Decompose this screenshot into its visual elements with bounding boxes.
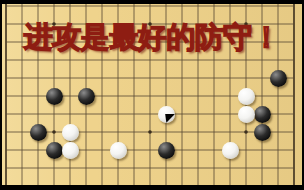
video-frame: 进攻是最好的防守！: [0, 0, 304, 190]
black-stone-D6: [46, 88, 63, 105]
black-stone-F6: [78, 88, 95, 105]
black-stone-R5: [254, 106, 271, 123]
letterbox-bottom-bar: [0, 185, 304, 190]
white-stone-L5: [158, 106, 175, 123]
black-stone-S7: [270, 70, 287, 87]
letterbox-top-bar: [0, 0, 304, 4]
white-stone-P3: [222, 142, 239, 159]
white-stone-H3: [110, 142, 127, 159]
white-stone-Q6: [238, 88, 255, 105]
white-stone-E4: [62, 124, 79, 141]
black-stone-C4: [30, 124, 47, 141]
caption-text: 进攻是最好的防守！: [0, 21, 304, 54]
black-stone-R4: [254, 124, 271, 141]
white-stone-Q5: [238, 106, 255, 123]
white-stone-E3: [62, 142, 79, 159]
black-stone-D3: [46, 142, 63, 159]
black-stone-L3: [158, 142, 175, 159]
